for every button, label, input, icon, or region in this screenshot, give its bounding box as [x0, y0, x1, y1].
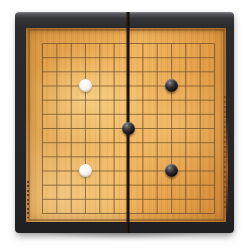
point-F9[interactable]	[107, 93, 121, 107]
point-G11[interactable]	[121, 65, 135, 79]
point-M4[interactable]	[193, 164, 207, 178]
point-D1[interactable]	[78, 206, 92, 220]
point-K13[interactable]	[164, 36, 178, 50]
point-H13[interactable]	[136, 36, 150, 50]
point-N7[interactable]	[207, 121, 221, 135]
point-A12[interactable]	[35, 51, 49, 65]
point-J9[interactable]	[150, 93, 164, 107]
point-A2[interactable]	[35, 192, 49, 206]
point-B12[interactable]	[50, 51, 64, 65]
point-J13[interactable]	[150, 36, 164, 50]
point-E6[interactable]	[93, 135, 107, 149]
point-D9[interactable]	[78, 93, 92, 107]
point-K12[interactable]	[164, 51, 178, 65]
point-B11[interactable]	[50, 65, 64, 79]
point-D11[interactable]	[78, 65, 92, 79]
point-H1[interactable]	[136, 206, 150, 220]
point-A13[interactable]	[35, 36, 49, 50]
point-G1[interactable]	[121, 206, 135, 220]
point-D7[interactable]	[78, 121, 92, 135]
point-F1[interactable]	[107, 206, 121, 220]
point-A7[interactable]	[35, 121, 49, 135]
point-B10[interactable]	[50, 79, 64, 93]
point-G9[interactable]	[121, 93, 135, 107]
point-A3[interactable]	[35, 178, 49, 192]
point-N3[interactable]	[207, 178, 221, 192]
point-K1[interactable]	[164, 206, 178, 220]
point-N1[interactable]	[207, 206, 221, 220]
point-B8[interactable]	[50, 107, 64, 121]
point-H9[interactable]	[136, 93, 150, 107]
point-J10[interactable]	[150, 79, 164, 93]
point-J7[interactable]	[150, 121, 164, 135]
point-N6[interactable]	[207, 135, 221, 149]
point-D2[interactable]	[78, 192, 92, 206]
point-C6[interactable]	[64, 135, 78, 149]
point-J4[interactable]	[150, 164, 164, 178]
point-A1[interactable]	[35, 206, 49, 220]
point-K8[interactable]	[164, 107, 178, 121]
point-F7[interactable]	[107, 121, 121, 135]
point-C7[interactable]	[64, 121, 78, 135]
point-J2[interactable]	[150, 192, 164, 206]
point-H8[interactable]	[136, 107, 150, 121]
point-C9[interactable]	[64, 93, 78, 107]
point-L5[interactable]	[179, 150, 193, 164]
point-D3[interactable]	[78, 178, 92, 192]
point-C3[interactable]	[64, 178, 78, 192]
point-G2[interactable]	[121, 192, 135, 206]
point-B1[interactable]	[50, 206, 64, 220]
point-M10[interactable]	[193, 79, 207, 93]
point-H2[interactable]	[136, 192, 150, 206]
point-E3[interactable]	[93, 178, 107, 192]
point-M1[interactable]	[193, 206, 207, 220]
point-K3[interactable]	[164, 178, 178, 192]
point-H5[interactable]	[136, 150, 150, 164]
point-H10[interactable]	[136, 79, 150, 93]
point-M11[interactable]	[193, 65, 207, 79]
point-E13[interactable]	[93, 36, 107, 50]
point-F6[interactable]	[107, 135, 121, 149]
point-C5[interactable]	[64, 150, 78, 164]
point-F10[interactable]	[107, 79, 121, 93]
point-J8[interactable]	[150, 107, 164, 121]
point-E10[interactable]	[93, 79, 107, 93]
point-G12[interactable]	[121, 51, 135, 65]
point-J11[interactable]	[150, 65, 164, 79]
point-K5[interactable]	[164, 150, 178, 164]
point-M9[interactable]	[193, 93, 207, 107]
point-L12[interactable]	[179, 51, 193, 65]
point-N12[interactable]	[207, 51, 221, 65]
point-B2[interactable]	[50, 192, 64, 206]
point-M6[interactable]	[193, 135, 207, 149]
point-L13[interactable]	[179, 36, 193, 50]
point-F11[interactable]	[107, 65, 121, 79]
point-B4[interactable]	[50, 164, 64, 178]
point-D6[interactable]	[78, 135, 92, 149]
point-J1[interactable]	[150, 206, 164, 220]
point-A10[interactable]	[35, 79, 49, 93]
point-D5[interactable]	[78, 150, 92, 164]
point-B6[interactable]	[50, 135, 64, 149]
point-M7[interactable]	[193, 121, 207, 135]
point-H12[interactable]	[136, 51, 150, 65]
point-C2[interactable]	[64, 192, 78, 206]
point-E12[interactable]	[93, 51, 107, 65]
point-N10[interactable]	[207, 79, 221, 93]
point-E1[interactable]	[93, 206, 107, 220]
point-M8[interactable]	[193, 107, 207, 121]
point-A5[interactable]	[35, 150, 49, 164]
point-B3[interactable]	[50, 178, 64, 192]
point-G13[interactable]	[121, 36, 135, 50]
point-L9[interactable]	[179, 93, 193, 107]
point-F12[interactable]	[107, 51, 121, 65]
point-M2[interactable]	[193, 192, 207, 206]
point-H6[interactable]	[136, 135, 150, 149]
point-H4[interactable]	[136, 164, 150, 178]
point-C10[interactable]	[64, 79, 78, 93]
point-G5[interactable]	[121, 150, 135, 164]
point-A11[interactable]	[35, 65, 49, 79]
point-M5[interactable]	[193, 150, 207, 164]
point-J6[interactable]	[150, 135, 164, 149]
point-A9[interactable]	[35, 93, 49, 107]
point-L10[interactable]	[179, 79, 193, 93]
point-A8[interactable]	[35, 107, 49, 121]
point-M3[interactable]	[193, 178, 207, 192]
point-C8[interactable]	[64, 107, 78, 121]
point-H7[interactable]	[136, 121, 150, 135]
point-K2[interactable]	[164, 192, 178, 206]
point-G4[interactable]	[121, 164, 135, 178]
point-K6[interactable]	[164, 135, 178, 149]
point-F4[interactable]	[107, 164, 121, 178]
point-H11[interactable]	[136, 65, 150, 79]
point-J5[interactable]	[150, 150, 164, 164]
point-B9[interactable]	[50, 93, 64, 107]
point-D12[interactable]	[78, 51, 92, 65]
margin-print-left	[27, 181, 30, 218]
point-L11[interactable]	[179, 65, 193, 79]
point-C11[interactable]	[64, 65, 78, 79]
frame-edge-reflection	[226, 118, 228, 218]
point-D13[interactable]	[78, 36, 92, 50]
goban-points-grid	[35, 36, 221, 220]
point-F2[interactable]	[107, 192, 121, 206]
point-N8[interactable]	[207, 107, 221, 121]
point-M12[interactable]	[193, 51, 207, 65]
point-J12[interactable]	[150, 51, 164, 65]
point-K9[interactable]	[164, 93, 178, 107]
point-L3[interactable]	[179, 178, 193, 192]
point-B5[interactable]	[50, 150, 64, 164]
point-C13[interactable]	[64, 36, 78, 50]
point-N13[interactable]	[207, 36, 221, 50]
point-E9[interactable]	[93, 93, 107, 107]
point-E5[interactable]	[93, 150, 107, 164]
point-L6[interactable]	[179, 135, 193, 149]
point-F5[interactable]	[107, 150, 121, 164]
point-N5[interactable]	[207, 150, 221, 164]
point-B7[interactable]	[50, 121, 64, 135]
point-D8[interactable]	[78, 107, 92, 121]
point-A4[interactable]	[35, 164, 49, 178]
point-N2[interactable]	[207, 192, 221, 206]
point-N4[interactable]	[207, 164, 221, 178]
point-B13[interactable]	[50, 36, 64, 50]
point-M13[interactable]	[193, 36, 207, 50]
point-L2[interactable]	[179, 192, 193, 206]
point-H3[interactable]	[136, 178, 150, 192]
point-L4[interactable]	[179, 164, 193, 178]
point-G6[interactable]	[121, 135, 135, 149]
point-F8[interactable]	[107, 107, 121, 121]
black-stone-G7	[122, 122, 135, 135]
point-F3[interactable]	[107, 178, 121, 192]
point-E11[interactable]	[93, 65, 107, 79]
point-G8[interactable]	[121, 107, 135, 121]
point-L1[interactable]	[179, 206, 193, 220]
point-E2[interactable]	[93, 192, 107, 206]
point-N11[interactable]	[207, 65, 221, 79]
point-C4[interactable]	[64, 164, 78, 178]
point-N9[interactable]	[207, 93, 221, 107]
point-A6[interactable]	[35, 135, 49, 149]
point-E7[interactable]	[93, 121, 107, 135]
point-L8[interactable]	[179, 107, 193, 121]
point-G3[interactable]	[121, 178, 135, 192]
point-C1[interactable]	[64, 206, 78, 220]
point-C12[interactable]	[64, 51, 78, 65]
point-J3[interactable]	[150, 178, 164, 192]
point-L7[interactable]	[179, 121, 193, 135]
point-K7[interactable]	[164, 121, 178, 135]
point-E4[interactable]	[93, 164, 107, 178]
point-E8[interactable]	[93, 107, 107, 121]
point-G10[interactable]	[121, 79, 135, 93]
point-F13[interactable]	[107, 36, 121, 50]
point-K11[interactable]	[164, 65, 178, 79]
product-photo	[0, 0, 250, 250]
